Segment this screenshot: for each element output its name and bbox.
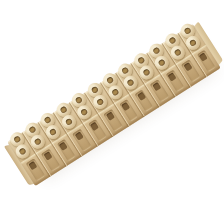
- screw-hole-icon: [127, 78, 135, 86]
- screw-hole-icon: [106, 76, 114, 84]
- screw-hole-icon: [18, 147, 26, 155]
- screw-hole-icon: [173, 49, 181, 57]
- wire-entry-hole: [44, 151, 53, 160]
- terminal-strip: [7, 24, 220, 186]
- screw-hole-icon: [44, 116, 52, 124]
- screw-hole-icon: [189, 39, 197, 47]
- screw-hole-icon: [34, 138, 42, 146]
- wire-entry-hole: [152, 82, 161, 91]
- product-photo: [0, 0, 224, 224]
- wire-entry-hole: [75, 132, 84, 141]
- screw-hole-icon: [137, 56, 145, 64]
- screw-hole-icon: [28, 126, 36, 134]
- wire-entry-hole: [199, 52, 208, 61]
- wire-entry-hole: [28, 161, 37, 170]
- screw-hole-icon: [59, 106, 67, 114]
- screw-hole-icon: [90, 86, 98, 94]
- screw-hole-icon: [75, 96, 83, 104]
- wire-entry-hole: [90, 122, 99, 131]
- wire-entry-hole: [168, 72, 177, 81]
- wire-entry-hole: [59, 141, 68, 150]
- screw-hole-icon: [96, 98, 104, 106]
- screw-hole-icon: [49, 128, 57, 136]
- wire-entry-hole: [106, 112, 115, 121]
- screw-hole-icon: [153, 46, 161, 54]
- wire-entry-hole: [183, 62, 192, 71]
- screw-hole-icon: [65, 118, 73, 126]
- screw-hole-icon: [142, 68, 150, 76]
- screw-hole-icon: [158, 58, 166, 66]
- screw-hole-icon: [111, 88, 119, 96]
- wire-entry-hole: [137, 92, 146, 101]
- screw-hole-icon: [184, 27, 192, 35]
- wire-entry-hole: [121, 102, 130, 111]
- screw-hole-icon: [168, 36, 176, 44]
- screw-hole-icon: [121, 66, 129, 74]
- screw-hole-icon: [13, 135, 21, 143]
- terminal-strip-body: [7, 24, 220, 186]
- screw-hole-icon: [80, 108, 88, 116]
